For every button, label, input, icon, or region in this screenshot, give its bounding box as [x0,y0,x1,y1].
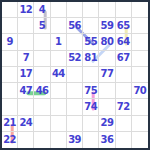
cell-r4c8[interactable]: 67 [116,51,132,67]
clue-number: 64 [117,37,130,47]
cell-r3c8[interactable]: 64 [116,34,132,50]
clue-number: 56 [68,21,81,31]
cell-r8c8[interactable] [116,116,132,132]
clue-number: 75 [84,86,97,96]
cell-r5c5[interactable] [67,67,83,83]
cell-r1c6[interactable] [83,2,99,18]
clue-number: 39 [68,135,81,145]
cell-r9c4[interactable] [51,132,67,148]
cell-r9c7[interactable]: 36 [99,132,115,148]
cell-r9c1[interactable]: 22 [2,132,18,148]
cell-r5c1[interactable] [2,67,18,83]
clue-number: 55 [84,37,97,47]
cell-r4c3[interactable] [34,51,50,67]
cell-r5c6[interactable] [83,67,99,83]
cell-r6c1[interactable] [2,83,18,99]
cell-r1c8[interactable] [116,2,132,18]
cell-r7c6[interactable]: 74 [83,99,99,115]
cell-r8c3[interactable] [34,116,50,132]
cell-r7c3[interactable] [34,99,50,115]
cell-r4c7[interactable] [99,51,115,67]
cell-r7c8[interactable]: 72 [116,99,132,115]
cell-r5c4[interactable]: 44 [51,67,67,83]
cell-r8c1[interactable]: 21 [2,116,18,132]
cell-r3c7[interactable]: 80 [99,34,115,50]
clue-number: 36 [101,135,114,145]
cell-r4c2[interactable]: 7 [18,51,34,67]
cell-r6c5[interactable] [67,83,83,99]
cell-r9c5[interactable]: 39 [67,132,83,148]
cell-r9c3[interactable] [34,132,50,148]
cell-r3c3[interactable] [34,34,50,50]
clue-number: 81 [84,53,97,63]
cell-r6c7[interactable] [99,83,115,99]
clue-number: 12 [19,5,32,15]
cell-r4c1[interactable] [2,51,18,67]
clue-number: 29 [101,118,114,128]
cell-r1c9[interactable] [132,2,148,18]
clue-number: 67 [117,53,130,63]
cell-r9c2[interactable] [18,132,34,148]
cell-r9c9[interactable] [132,132,148,148]
cell-r7c9[interactable] [132,99,148,115]
cell-r6c4[interactable] [51,83,67,99]
clue-number: 24 [19,118,32,128]
cell-r3c4[interactable]: 1 [51,34,67,50]
cell-r3c6[interactable]: 55 [83,34,99,50]
cell-r5c7[interactable]: 77 [99,67,115,83]
cell-r2c6[interactable] [83,18,99,34]
cell-r2c9[interactable] [132,18,148,34]
cell-r8c7[interactable]: 29 [99,116,115,132]
clue-number: 7 [23,53,29,63]
cell-r9c8[interactable] [116,132,132,148]
cell-r7c2[interactable] [18,99,34,115]
cell-r2c1[interactable] [2,18,18,34]
cell-r3c5[interactable] [67,34,83,50]
cell-r8c5[interactable] [67,116,83,132]
clue-number: 74 [84,102,97,112]
clue-number: 46 [36,86,49,96]
cell-r4c9[interactable] [132,51,148,67]
cell-r2c2[interactable] [18,18,34,34]
clue-number: 1 [55,37,61,47]
cell-r4c6[interactable]: 81 [83,51,99,67]
cell-r2c4[interactable] [51,18,67,34]
cell-r5c9[interactable] [132,67,148,83]
cell-r2c8[interactable]: 65 [116,18,132,34]
cell-r3c9[interactable] [132,34,148,50]
cell-r6c8[interactable] [116,83,132,99]
cell-r1c2[interactable]: 12 [18,2,34,18]
cell-r8c2[interactable]: 24 [18,116,34,132]
cell-r6c6[interactable]: 75 [83,83,99,99]
clue-number: 70 [134,86,147,96]
cell-r1c5[interactable] [67,2,83,18]
clue-number: 44 [52,69,65,79]
cell-r7c7[interactable] [99,99,115,115]
cell-r4c4[interactable] [51,51,67,67]
cell-r8c9[interactable] [132,116,148,132]
clue-number: 65 [117,21,130,31]
cell-r1c4[interactable] [51,2,67,18]
cell-r1c7[interactable] [99,2,115,18]
clue-number: 21 [3,118,16,128]
clue-number: 17 [19,69,32,79]
cell-r1c3[interactable]: 4 [34,2,50,18]
cell-r5c8[interactable] [116,67,132,83]
clue-number: 4 [39,5,45,15]
cell-r9c6[interactable] [83,132,99,148]
clue-number: 47 [19,86,32,96]
cell-r5c3[interactable] [34,67,50,83]
cell-r1c1[interactable] [2,2,18,18]
clue-number: 9 [6,37,12,47]
cell-r7c5[interactable] [67,99,83,115]
cell-r7c1[interactable] [2,99,18,115]
clue-number: 59 [101,21,114,31]
cell-r6c9[interactable]: 70 [132,83,148,99]
cell-r6c3[interactable]: 46 [34,83,50,99]
cell-r2c5[interactable]: 56 [67,18,83,34]
cell-r5c2[interactable]: 17 [18,67,34,83]
cell-r2c7[interactable]: 59 [99,18,115,34]
clue-number: 5 [39,21,45,31]
cell-r3c1[interactable]: 9 [2,34,18,50]
cell-r4c5[interactable]: 52 [67,51,83,67]
cell-r8c6[interactable] [83,116,99,132]
clue-number: 52 [68,53,81,63]
clue-number: 80 [101,37,114,47]
clue-number: 72 [117,102,130,112]
puzzle-grid: 1245565965915580647528167174477474675707… [2,2,148,148]
cell-r2c3[interactable]: 5 [34,18,50,34]
clue-number: 22 [3,135,16,145]
cell-r8c4[interactable] [51,116,67,132]
cell-r3c2[interactable] [18,34,34,50]
clue-number: 77 [101,69,114,79]
cell-r7c4[interactable] [51,99,67,115]
hidato-board: 1245565965915580647528167174477474675707… [0,0,150,150]
cell-r6c2[interactable]: 47 [18,83,34,99]
